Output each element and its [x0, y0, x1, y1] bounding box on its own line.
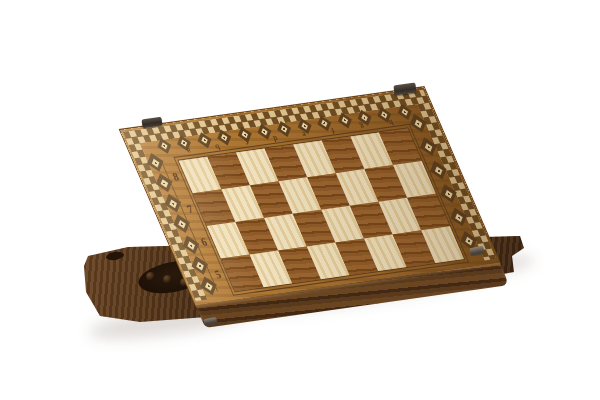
product-photo-scene: abcdefgh 8765 [0, 0, 600, 400]
game-piece [146, 272, 155, 281]
chess-board-grid [177, 127, 465, 292]
game-piece [163, 275, 172, 284]
diamond-inlay-icon [157, 137, 171, 153]
